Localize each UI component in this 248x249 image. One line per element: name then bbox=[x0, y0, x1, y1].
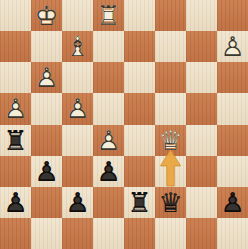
piece-white-pawn[interactable]: ♟♙ bbox=[31, 62, 62, 93]
square-h8[interactable] bbox=[217, 0, 248, 31]
king-glyph-outline: ♔ bbox=[31, 0, 62, 31]
queen-glyph-outline: ♕ bbox=[155, 187, 186, 218]
pawn-glyph-outline: ♙ bbox=[31, 156, 62, 187]
square-c1[interactable] bbox=[62, 218, 93, 249]
square-g3[interactable] bbox=[186, 156, 217, 187]
square-a4[interactable]: ♜♖ bbox=[0, 125, 31, 156]
square-d4[interactable]: ♟♙ bbox=[93, 125, 124, 156]
square-h7[interactable]: ♟♙ bbox=[217, 31, 248, 62]
pawn-glyph-outline: ♙ bbox=[217, 187, 248, 218]
square-f6[interactable] bbox=[155, 62, 186, 93]
square-d6[interactable] bbox=[93, 62, 124, 93]
piece-black-pawn[interactable]: ♟♙ bbox=[62, 187, 93, 218]
square-e1[interactable] bbox=[124, 218, 155, 249]
square-b7[interactable] bbox=[31, 31, 62, 62]
piece-black-rook[interactable]: ♜♖ bbox=[0, 125, 31, 156]
square-d5[interactable] bbox=[93, 93, 124, 124]
square-e3[interactable] bbox=[124, 156, 155, 187]
square-f3[interactable] bbox=[155, 156, 186, 187]
square-b1[interactable] bbox=[31, 218, 62, 249]
rook-glyph-outline: ♖ bbox=[0, 125, 31, 156]
square-a3[interactable] bbox=[0, 156, 31, 187]
pawn-glyph-outline: ♙ bbox=[62, 187, 93, 218]
square-c8[interactable] bbox=[62, 0, 93, 31]
square-e2[interactable]: ♜♖ bbox=[124, 187, 155, 218]
square-c6[interactable] bbox=[62, 62, 93, 93]
rook-glyph-outline: ♖ bbox=[93, 0, 124, 31]
square-h5[interactable] bbox=[217, 93, 248, 124]
square-g7[interactable] bbox=[186, 31, 217, 62]
pawn-glyph-outline: ♙ bbox=[217, 31, 248, 62]
square-h6[interactable] bbox=[217, 62, 248, 93]
square-a5[interactable]: ♟♙ bbox=[0, 93, 31, 124]
square-h4[interactable] bbox=[217, 125, 248, 156]
piece-white-pawn[interactable]: ♟♙ bbox=[93, 125, 124, 156]
pawn-glyph-outline: ♙ bbox=[93, 125, 124, 156]
square-e5[interactable] bbox=[124, 93, 155, 124]
square-b5[interactable] bbox=[31, 93, 62, 124]
piece-white-queen[interactable]: ♛♕ bbox=[155, 125, 186, 156]
square-a1[interactable] bbox=[0, 218, 31, 249]
square-f4[interactable]: ♛♕ bbox=[155, 125, 186, 156]
square-g4[interactable] bbox=[186, 125, 217, 156]
square-c3[interactable] bbox=[62, 156, 93, 187]
piece-white-king[interactable]: ♚♔ bbox=[31, 0, 62, 31]
chess-app: ♚♔♜♖♝♗♟♙♟♙♟♙♟♙♜♖♟♙♛♕♟♙♟♙♟♙♟♙♜♖♛♕♟♙ bbox=[0, 0, 248, 249]
square-g8[interactable] bbox=[186, 0, 217, 31]
piece-black-pawn[interactable]: ♟♙ bbox=[31, 156, 62, 187]
square-c4[interactable] bbox=[62, 125, 93, 156]
piece-black-pawn[interactable]: ♟♙ bbox=[0, 187, 31, 218]
square-b2[interactable] bbox=[31, 187, 62, 218]
square-f5[interactable] bbox=[155, 93, 186, 124]
square-b4[interactable] bbox=[31, 125, 62, 156]
square-a6[interactable] bbox=[0, 62, 31, 93]
rook-glyph-outline: ♖ bbox=[124, 187, 155, 218]
piece-white-pawn[interactable]: ♟♙ bbox=[62, 93, 93, 124]
piece-black-pawn[interactable]: ♟♙ bbox=[217, 187, 248, 218]
square-d1[interactable] bbox=[93, 218, 124, 249]
square-c5[interactable]: ♟♙ bbox=[62, 93, 93, 124]
piece-white-bishop[interactable]: ♝♗ bbox=[62, 31, 93, 62]
piece-black-pawn[interactable]: ♟♙ bbox=[93, 156, 124, 187]
square-b6[interactable]: ♟♙ bbox=[31, 62, 62, 93]
square-g6[interactable] bbox=[186, 62, 217, 93]
square-h2[interactable]: ♟♙ bbox=[217, 187, 248, 218]
square-g1[interactable] bbox=[186, 218, 217, 249]
square-f1[interactable] bbox=[155, 218, 186, 249]
square-c7[interactable]: ♝♗ bbox=[62, 31, 93, 62]
square-d8[interactable]: ♜♖ bbox=[93, 0, 124, 31]
pawn-glyph-outline: ♙ bbox=[62, 93, 93, 124]
square-f8[interactable] bbox=[155, 0, 186, 31]
queen-glyph-outline: ♕ bbox=[155, 125, 186, 156]
pawn-glyph-outline: ♙ bbox=[93, 156, 124, 187]
square-b8[interactable]: ♚♔ bbox=[31, 0, 62, 31]
square-e6[interactable] bbox=[124, 62, 155, 93]
square-c2[interactable]: ♟♙ bbox=[62, 187, 93, 218]
square-a8[interactable] bbox=[0, 0, 31, 31]
pawn-glyph-outline: ♙ bbox=[0, 93, 31, 124]
square-d3[interactable]: ♟♙ bbox=[93, 156, 124, 187]
square-f2[interactable]: ♛♕ bbox=[155, 187, 186, 218]
square-e8[interactable] bbox=[124, 0, 155, 31]
square-h1[interactable] bbox=[217, 218, 248, 249]
piece-black-queen[interactable]: ♛♕ bbox=[155, 187, 186, 218]
square-g2[interactable] bbox=[186, 187, 217, 218]
square-a2[interactable]: ♟♙ bbox=[0, 187, 31, 218]
square-d2[interactable] bbox=[93, 187, 124, 218]
square-g5[interactable] bbox=[186, 93, 217, 124]
piece-black-rook[interactable]: ♜♖ bbox=[124, 187, 155, 218]
square-b3[interactable]: ♟♙ bbox=[31, 156, 62, 187]
pawn-glyph-outline: ♙ bbox=[0, 187, 31, 218]
square-d7[interactable] bbox=[93, 31, 124, 62]
piece-white-rook[interactable]: ♜♖ bbox=[93, 0, 124, 31]
square-h3[interactable] bbox=[217, 156, 248, 187]
square-e7[interactable] bbox=[124, 31, 155, 62]
chess-board: ♚♔♜♖♝♗♟♙♟♙♟♙♟♙♜♖♟♙♛♕♟♙♟♙♟♙♟♙♜♖♛♕♟♙ bbox=[0, 0, 248, 249]
square-e4[interactable] bbox=[124, 125, 155, 156]
piece-white-pawn[interactable]: ♟♙ bbox=[0, 93, 31, 124]
pawn-glyph-outline: ♙ bbox=[31, 62, 62, 93]
square-f7[interactable] bbox=[155, 31, 186, 62]
piece-white-pawn[interactable]: ♟♙ bbox=[217, 31, 248, 62]
bishop-glyph-outline: ♗ bbox=[62, 31, 93, 62]
square-a7[interactable] bbox=[0, 31, 31, 62]
